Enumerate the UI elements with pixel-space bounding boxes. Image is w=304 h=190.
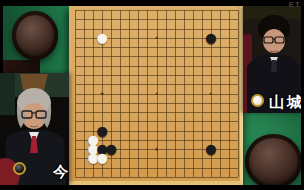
white-stone: ●	[96, 151, 107, 164]
grid-line-v	[238, 10, 239, 177]
go-bowl-bottom-right	[245, 134, 302, 189]
white-stone-icon	[251, 94, 264, 107]
go-board-grid: ●●●●●●●●●●	[75, 10, 238, 177]
grid-line-v	[220, 10, 221, 177]
grid-line-v	[229, 10, 230, 177]
hoshi-point	[155, 37, 158, 40]
hoshi-point	[210, 92, 213, 95]
grid-line-v	[175, 10, 176, 177]
grid-line-v	[184, 10, 185, 177]
white-stone: ●	[96, 31, 107, 44]
letterbox-bottom	[0, 185, 304, 190]
letterbox-right	[301, 0, 304, 190]
broadcast-frame: ●●●●●●●●●● 今村	[0, 0, 304, 190]
go-bowl-top-left	[12, 11, 58, 60]
chair-edge	[0, 60, 40, 74]
hoshi-point	[155, 92, 158, 95]
grid-line-v	[202, 10, 203, 177]
player-cam-left: 今村	[0, 73, 69, 185]
hoshi-point	[155, 148, 158, 151]
grid-line-h	[75, 103, 238, 104]
black-stone-icon	[13, 162, 26, 175]
letterbox-top	[0, 0, 304, 6]
grid-line-v	[193, 10, 194, 177]
player-name-left: 今村	[53, 163, 69, 182]
player-name-right: 山城	[269, 93, 301, 112]
hoshi-point	[101, 92, 104, 95]
player-cam-right: 山城	[243, 6, 301, 113]
grid-line-h	[75, 168, 238, 169]
go-board: ●●●●●●●●●●	[69, 6, 243, 185]
black-stone: ●	[205, 142, 216, 155]
letterbox-left	[0, 6, 3, 73]
grid-line-v	[166, 10, 167, 177]
channel-watermark: ET	[289, 0, 301, 9]
grid-line-h	[75, 177, 238, 178]
black-stone: ●	[205, 31, 216, 44]
grid-line-h	[75, 112, 238, 113]
